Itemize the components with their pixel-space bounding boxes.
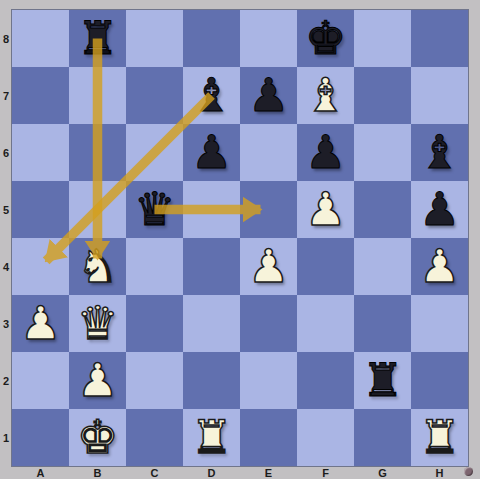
square-c8[interactable] <box>126 10 183 67</box>
piece-white-pawn[interactable]: ♟ <box>419 238 460 295</box>
rank-label-3: 3 <box>0 295 12 352</box>
piece-black-pawn[interactable]: ♟ <box>305 124 346 181</box>
square-d7[interactable]: ♝ <box>183 67 240 124</box>
rank-label-7: 7 <box>0 67 12 124</box>
file-label-F: F <box>297 466 354 479</box>
square-b7[interactable] <box>69 67 126 124</box>
square-e1[interactable] <box>240 409 297 466</box>
square-g7[interactable] <box>354 67 411 124</box>
piece-white-rook[interactable]: ♜ <box>419 409 460 466</box>
square-f5[interactable]: ♟ <box>297 181 354 238</box>
square-g2[interactable]: ♜ <box>354 352 411 409</box>
piece-white-bishop[interactable]: ♝ <box>305 67 346 124</box>
square-d3[interactable] <box>183 295 240 352</box>
square-e6[interactable] <box>240 124 297 181</box>
square-e4[interactable]: ♟ <box>240 238 297 295</box>
square-f3[interactable] <box>297 295 354 352</box>
piece-white-pawn[interactable]: ♟ <box>248 238 289 295</box>
square-a8[interactable] <box>12 10 69 67</box>
square-h6[interactable]: ♝ <box>411 124 468 181</box>
square-b6[interactable] <box>69 124 126 181</box>
square-c7[interactable] <box>126 67 183 124</box>
square-d5[interactable] <box>183 181 240 238</box>
square-g4[interactable] <box>354 238 411 295</box>
file-label-H: H <box>411 466 468 479</box>
square-d1[interactable]: ♜ <box>183 409 240 466</box>
piece-black-queen[interactable]: ♛ <box>134 181 175 238</box>
file-label-E: E <box>240 466 297 479</box>
corner-dot <box>464 467 473 476</box>
square-h3[interactable] <box>411 295 468 352</box>
square-f8[interactable]: ♚ <box>297 10 354 67</box>
square-c1[interactable] <box>126 409 183 466</box>
board-frame: ♜♚♝♟♝♟♟♝♛♟♟♞♟♟♟♛♟♜♚♜♜ 87654321 ABCDEFGH <box>0 0 480 479</box>
piece-white-pawn[interactable]: ♟ <box>305 181 346 238</box>
square-h1[interactable]: ♜ <box>411 409 468 466</box>
square-e3[interactable] <box>240 295 297 352</box>
square-a6[interactable] <box>12 124 69 181</box>
file-label-C: C <box>126 466 183 479</box>
rank-label-5: 5 <box>0 181 12 238</box>
piece-white-knight[interactable]: ♞ <box>77 238 118 295</box>
square-a2[interactable] <box>12 352 69 409</box>
square-d6[interactable]: ♟ <box>183 124 240 181</box>
square-d2[interactable] <box>183 352 240 409</box>
square-a5[interactable] <box>12 181 69 238</box>
file-label-G: G <box>354 466 411 479</box>
piece-white-rook[interactable]: ♜ <box>191 409 232 466</box>
square-h2[interactable] <box>411 352 468 409</box>
piece-black-rook[interactable]: ♜ <box>77 10 118 67</box>
square-b8[interactable]: ♜ <box>69 10 126 67</box>
piece-black-pawn[interactable]: ♟ <box>419 181 460 238</box>
square-d4[interactable] <box>183 238 240 295</box>
square-f2[interactable] <box>297 352 354 409</box>
square-b4[interactable]: ♞ <box>69 238 126 295</box>
square-c5[interactable]: ♛ <box>126 181 183 238</box>
square-a4[interactable] <box>12 238 69 295</box>
square-f1[interactable] <box>297 409 354 466</box>
square-c6[interactable] <box>126 124 183 181</box>
file-label-A: A <box>12 466 69 479</box>
square-g8[interactable] <box>354 10 411 67</box>
square-b2[interactable]: ♟ <box>69 352 126 409</box>
piece-white-pawn[interactable]: ♟ <box>20 295 61 352</box>
square-e8[interactable] <box>240 10 297 67</box>
file-label-B: B <box>69 466 126 479</box>
square-c3[interactable] <box>126 295 183 352</box>
square-h7[interactable] <box>411 67 468 124</box>
square-h5[interactable]: ♟ <box>411 181 468 238</box>
square-e5[interactable] <box>240 181 297 238</box>
chess-board: ♜♚♝♟♝♟♟♝♛♟♟♞♟♟♟♛♟♜♚♜♜ <box>12 10 468 466</box>
square-c2[interactable] <box>126 352 183 409</box>
piece-white-queen[interactable]: ♛ <box>77 295 118 352</box>
piece-white-pawn[interactable]: ♟ <box>77 352 118 409</box>
square-c4[interactable] <box>126 238 183 295</box>
rank-label-6: 6 <box>0 124 12 181</box>
square-g1[interactable] <box>354 409 411 466</box>
square-f4[interactable] <box>297 238 354 295</box>
rank-label-4: 4 <box>0 238 12 295</box>
square-g3[interactable] <box>354 295 411 352</box>
square-f6[interactable]: ♟ <box>297 124 354 181</box>
piece-black-king[interactable]: ♚ <box>305 10 346 67</box>
square-b3[interactable]: ♛ <box>69 295 126 352</box>
piece-black-bishop[interactable]: ♝ <box>419 124 460 181</box>
rank-label-8: 8 <box>0 10 12 67</box>
square-g6[interactable] <box>354 124 411 181</box>
square-a1[interactable] <box>12 409 69 466</box>
square-b5[interactable] <box>69 181 126 238</box>
square-e2[interactable] <box>240 352 297 409</box>
piece-black-pawn[interactable]: ♟ <box>191 124 232 181</box>
rank-label-2: 2 <box>0 352 12 409</box>
square-h8[interactable] <box>411 10 468 67</box>
square-b1[interactable]: ♚ <box>69 409 126 466</box>
square-d8[interactable] <box>183 10 240 67</box>
piece-white-king[interactable]: ♚ <box>77 409 118 466</box>
square-a3[interactable]: ♟ <box>12 295 69 352</box>
square-e7[interactable]: ♟ <box>240 67 297 124</box>
piece-black-rook[interactable]: ♜ <box>362 352 403 409</box>
square-g5[interactable] <box>354 181 411 238</box>
rank-label-1: 1 <box>0 409 12 466</box>
piece-black-bishop[interactable]: ♝ <box>191 67 232 124</box>
square-h4[interactable]: ♟ <box>411 238 468 295</box>
square-a7[interactable] <box>12 67 69 124</box>
square-f7[interactable]: ♝ <box>297 67 354 124</box>
piece-black-pawn[interactable]: ♟ <box>248 67 289 124</box>
file-label-D: D <box>183 466 240 479</box>
